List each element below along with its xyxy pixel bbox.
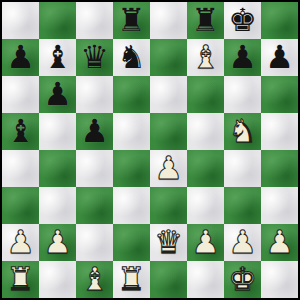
piece-black-knight[interactable]: ♞ (113, 39, 150, 76)
square-a2[interactable]: ♟ (2, 224, 39, 261)
piece-white-pawn[interactable]: ♟ (39, 224, 76, 261)
piece-black-pawn[interactable]: ♟ (261, 39, 298, 76)
square-d3[interactable] (113, 187, 150, 224)
square-b6[interactable]: ♟ (39, 76, 76, 113)
square-d7[interactable]: ♞ (113, 39, 150, 76)
square-h2[interactable]: ♟ (261, 224, 298, 261)
square-f4[interactable] (187, 150, 224, 187)
square-f2[interactable]: ♟ (187, 224, 224, 261)
chess-board: ♜♜♚♟♝♛♞♝♟♟♟♝♟♞♟♟♟♛♟♟♟♜♝♜♚ (2, 2, 298, 298)
square-b3[interactable] (39, 187, 76, 224)
square-a4[interactable] (2, 150, 39, 187)
piece-white-rook[interactable]: ♜ (2, 261, 39, 298)
piece-black-pawn[interactable]: ♟ (2, 39, 39, 76)
square-f1[interactable] (187, 261, 224, 298)
square-g2[interactable]: ♟ (224, 224, 261, 261)
chess-board-frame: ♜♜♚♟♝♛♞♝♟♟♟♝♟♞♟♟♟♛♟♟♟♜♝♜♚ (0, 0, 300, 300)
piece-white-rook[interactable]: ♜ (113, 261, 150, 298)
square-d6[interactable] (113, 76, 150, 113)
square-g4[interactable] (224, 150, 261, 187)
square-g6[interactable] (224, 76, 261, 113)
square-e1[interactable] (150, 261, 187, 298)
square-c3[interactable] (76, 187, 113, 224)
piece-white-king[interactable]: ♚ (224, 261, 261, 298)
square-g3[interactable] (224, 187, 261, 224)
square-h5[interactable] (261, 113, 298, 150)
square-c8[interactable] (76, 2, 113, 39)
piece-black-rook[interactable]: ♜ (187, 2, 224, 39)
square-h8[interactable] (261, 2, 298, 39)
square-f5[interactable] (187, 113, 224, 150)
square-d5[interactable] (113, 113, 150, 150)
piece-white-bishop[interactable]: ♝ (76, 261, 113, 298)
square-a5[interactable]: ♝ (2, 113, 39, 150)
square-e4[interactable]: ♟ (150, 150, 187, 187)
piece-black-bishop[interactable]: ♝ (2, 113, 39, 150)
square-a8[interactable] (2, 2, 39, 39)
square-h6[interactable] (261, 76, 298, 113)
square-b4[interactable] (39, 150, 76, 187)
piece-white-pawn[interactable]: ♟ (224, 224, 261, 261)
square-a1[interactable]: ♜ (2, 261, 39, 298)
square-a7[interactable]: ♟ (2, 39, 39, 76)
square-h1[interactable] (261, 261, 298, 298)
square-a6[interactable] (2, 76, 39, 113)
piece-black-rook[interactable]: ♜ (113, 2, 150, 39)
square-g1[interactable]: ♚ (224, 261, 261, 298)
square-b7[interactable]: ♝ (39, 39, 76, 76)
piece-black-queen[interactable]: ♛ (76, 39, 113, 76)
square-c4[interactable] (76, 150, 113, 187)
square-c7[interactable]: ♛ (76, 39, 113, 76)
square-d8[interactable]: ♜ (113, 2, 150, 39)
piece-black-pawn[interactable]: ♟ (76, 113, 113, 150)
square-f6[interactable] (187, 76, 224, 113)
piece-white-queen[interactable]: ♛ (150, 224, 187, 261)
square-b2[interactable]: ♟ (39, 224, 76, 261)
square-h7[interactable]: ♟ (261, 39, 298, 76)
piece-white-pawn[interactable]: ♟ (150, 150, 187, 187)
square-g5[interactable]: ♞ (224, 113, 261, 150)
square-f3[interactable] (187, 187, 224, 224)
square-a3[interactable] (2, 187, 39, 224)
piece-black-pawn[interactable]: ♟ (224, 39, 261, 76)
square-e3[interactable] (150, 187, 187, 224)
square-e6[interactable] (150, 76, 187, 113)
square-b8[interactable] (39, 2, 76, 39)
square-c1[interactable]: ♝ (76, 261, 113, 298)
square-d1[interactable]: ♜ (113, 261, 150, 298)
square-f8[interactable]: ♜ (187, 2, 224, 39)
piece-white-pawn[interactable]: ♟ (187, 224, 224, 261)
square-f7[interactable]: ♝ (187, 39, 224, 76)
square-b1[interactable] (39, 261, 76, 298)
square-g8[interactable]: ♚ (224, 2, 261, 39)
square-c2[interactable] (76, 224, 113, 261)
square-e2[interactable]: ♛ (150, 224, 187, 261)
piece-black-king[interactable]: ♚ (224, 2, 261, 39)
square-e7[interactable] (150, 39, 187, 76)
piece-white-pawn[interactable]: ♟ (261, 224, 298, 261)
square-d2[interactable] (113, 224, 150, 261)
piece-white-knight[interactable]: ♞ (224, 113, 261, 150)
square-g7[interactable]: ♟ (224, 39, 261, 76)
square-h3[interactable] (261, 187, 298, 224)
square-e5[interactable] (150, 113, 187, 150)
piece-white-pawn[interactable]: ♟ (2, 224, 39, 261)
square-e8[interactable] (150, 2, 187, 39)
square-b5[interactable] (39, 113, 76, 150)
square-h4[interactable] (261, 150, 298, 187)
square-c5[interactable]: ♟ (76, 113, 113, 150)
piece-black-bishop[interactable]: ♝ (39, 39, 76, 76)
piece-white-bishop[interactable]: ♝ (187, 39, 224, 76)
square-c6[interactable] (76, 76, 113, 113)
square-d4[interactable] (113, 150, 150, 187)
piece-black-pawn[interactable]: ♟ (39, 76, 76, 113)
